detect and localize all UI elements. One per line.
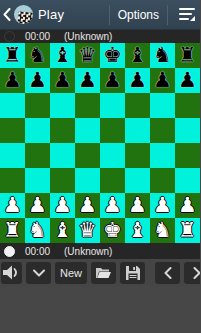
piece-black-pawn: ♟ [128, 68, 147, 93]
square-d6[interactable] [75, 93, 100, 118]
piece-white-rook: ♜ [178, 218, 197, 243]
square-h2[interactable]: ♟ [175, 193, 200, 218]
next-move-button[interactable] [184, 262, 200, 284]
white-turn-indicator [4, 246, 15, 257]
square-h5[interactable] [175, 118, 200, 143]
piece-black-pawn: ♟ [53, 68, 72, 93]
piece-white-king: ♚ [103, 218, 122, 243]
square-h3[interactable] [175, 168, 200, 193]
volume-button[interactable] [1, 262, 22, 284]
piece-black-knight: ♞ [153, 43, 172, 68]
square-g4[interactable] [150, 143, 175, 168]
square-c1[interactable]: ♝ [50, 218, 75, 243]
square-b4[interactable] [25, 143, 50, 168]
save-game-button[interactable] [120, 262, 145, 284]
header-separator [109, 5, 110, 25]
square-b8[interactable]: ♞ [25, 43, 50, 68]
square-c2[interactable]: ♟ [50, 193, 75, 218]
bottom-toolbar: New [0, 259, 200, 286]
piece-white-pawn: ♟ [178, 193, 197, 218]
piece-white-pawn: ♟ [3, 193, 22, 218]
page-title: Play [38, 7, 64, 22]
square-h1[interactable]: ♜ [175, 218, 200, 243]
square-g3[interactable] [150, 168, 175, 193]
black-player-bar: 00:00 (Unknown) [0, 30, 200, 43]
header-separator [167, 5, 168, 25]
square-a3[interactable] [0, 168, 25, 193]
piece-black-bishop: ♝ [53, 43, 72, 68]
square-e3[interactable] [100, 168, 125, 193]
square-g1[interactable]: ♞ [150, 218, 175, 243]
square-h4[interactable] [175, 143, 200, 168]
piece-black-queen: ♛ [78, 43, 97, 68]
white-clock: 00:00 [25, 246, 50, 257]
flip-board-button[interactable] [26, 262, 51, 284]
piece-white-pawn: ♟ [28, 193, 47, 218]
piece-black-pawn: ♟ [78, 68, 97, 93]
square-f2[interactable]: ♟ [125, 193, 150, 218]
piece-white-pawn: ♟ [153, 193, 172, 218]
square-f5[interactable] [125, 118, 150, 143]
chevron-left-icon [164, 267, 172, 279]
piece-white-knight: ♞ [153, 218, 172, 243]
square-g2[interactable]: ♟ [150, 193, 175, 218]
square-c8[interactable]: ♝ [50, 43, 75, 68]
square-h8[interactable]: ♜ [175, 43, 200, 68]
square-c5[interactable] [50, 118, 75, 143]
black-turn-indicator [4, 31, 15, 42]
square-b7[interactable]: ♟ [25, 68, 50, 93]
square-b1[interactable]: ♞ [25, 218, 50, 243]
piece-white-rook: ♜ [3, 218, 22, 243]
piece-white-pawn: ♟ [78, 193, 97, 218]
square-a7[interactable]: ♟ [0, 68, 25, 93]
square-d1[interactable]: ♛ [75, 218, 100, 243]
square-a2[interactable]: ♟ [0, 193, 25, 218]
square-h7[interactable]: ♟ [175, 68, 200, 93]
options-button[interactable]: Options [116, 8, 161, 22]
square-d7[interactable]: ♟ [75, 68, 100, 93]
square-d8[interactable]: ♛ [75, 43, 100, 68]
square-g5[interactable] [150, 118, 175, 143]
square-e2[interactable]: ♟ [100, 193, 125, 218]
square-c7[interactable]: ♟ [50, 68, 75, 93]
square-e4[interactable] [100, 143, 125, 168]
menu-button[interactable] [174, 0, 200, 29]
piece-black-bishop: ♝ [128, 43, 147, 68]
square-e5[interactable] [100, 118, 125, 143]
square-d4[interactable] [75, 143, 100, 168]
square-a4[interactable] [0, 143, 25, 168]
square-d2[interactable]: ♟ [75, 193, 100, 218]
chevron-down-icon [33, 269, 45, 277]
piece-white-bishop: ♝ [128, 218, 147, 243]
new-game-button[interactable]: New [55, 262, 87, 284]
piece-black-rook: ♜ [3, 43, 22, 68]
chevron-right-icon [193, 267, 201, 279]
piece-white-pawn: ♟ [103, 193, 122, 218]
app-checkerboard-icon [14, 5, 33, 24]
square-h6[interactable] [175, 93, 200, 118]
black-player-name: (Unknown) [64, 31, 112, 42]
floppy-save-icon [126, 266, 140, 280]
square-f4[interactable] [125, 143, 150, 168]
move-list-area [0, 286, 200, 333]
square-f1[interactable]: ♝ [125, 218, 150, 243]
square-a8[interactable]: ♜ [0, 43, 25, 68]
square-g8[interactable]: ♞ [150, 43, 175, 68]
white-player-name: (Unknown) [64, 246, 112, 257]
piece-black-pawn: ♟ [28, 68, 47, 93]
piece-black-king: ♚ [103, 43, 122, 68]
square-a5[interactable] [0, 118, 25, 143]
menu-list-icon [179, 8, 195, 21]
square-e6[interactable] [100, 93, 125, 118]
speaker-icon [3, 265, 20, 280]
piece-white-knight: ♞ [28, 218, 47, 243]
chess-board: ♜♞♝♛♚♝♞♜♟♟♟♟♟♟♟♟♟♟♟♟♟♟♟♟♜♞♝♛♚♝♞♜ [0, 43, 200, 243]
square-f8[interactable]: ♝ [125, 43, 150, 68]
piece-white-bishop: ♝ [53, 218, 72, 243]
square-b6[interactable] [25, 93, 50, 118]
piece-white-pawn: ♟ [128, 193, 147, 218]
prev-move-button[interactable] [155, 262, 180, 284]
square-f7[interactable]: ♟ [125, 68, 150, 93]
square-f3[interactable] [125, 168, 150, 193]
square-g7[interactable]: ♟ [150, 68, 175, 93]
back-chevron-icon [3, 8, 11, 21]
square-c3[interactable] [50, 168, 75, 193]
piece-white-queen: ♛ [78, 218, 97, 243]
piece-black-pawn: ♟ [178, 68, 197, 93]
white-player-bar: 00:00 (Unknown) [0, 243, 200, 259]
square-b2[interactable]: ♟ [25, 193, 50, 218]
open-folder-icon [95, 266, 112, 279]
piece-black-knight: ♞ [28, 43, 47, 68]
piece-white-pawn: ♟ [53, 193, 72, 218]
piece-black-pawn: ♟ [103, 68, 122, 93]
square-c4[interactable] [50, 143, 75, 168]
square-g6[interactable] [150, 93, 175, 118]
open-game-button[interactable] [91, 262, 116, 284]
square-f6[interactable] [125, 93, 150, 118]
square-a1[interactable]: ♜ [0, 218, 25, 243]
square-b3[interactable] [25, 168, 50, 193]
square-e1[interactable]: ♚ [100, 218, 125, 243]
app-header: Play Options [0, 0, 200, 30]
black-clock: 00:00 [25, 31, 50, 42]
square-e7[interactable]: ♟ [100, 68, 125, 93]
piece-black-rook: ♜ [178, 43, 197, 68]
square-e8[interactable]: ♚ [100, 43, 125, 68]
square-a6[interactable] [0, 93, 25, 118]
piece-black-pawn: ♟ [3, 68, 22, 93]
back-button[interactable] [0, 0, 14, 29]
square-d5[interactable] [75, 118, 100, 143]
square-d3[interactable] [75, 168, 100, 193]
piece-black-pawn: ♟ [153, 68, 172, 93]
square-c6[interactable] [50, 93, 75, 118]
square-b5[interactable] [25, 118, 50, 143]
